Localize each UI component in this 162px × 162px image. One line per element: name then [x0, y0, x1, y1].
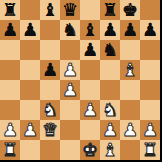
square-g3[interactable]: [120, 100, 140, 120]
square-h1[interactable]: ♜: [140, 140, 160, 160]
square-e2[interactable]: [80, 120, 100, 140]
white-bishop[interactable]: ♝: [102, 140, 118, 160]
square-e1[interactable]: ♚: [80, 140, 100, 160]
white-pawn[interactable]: ♟: [2, 120, 18, 140]
white-pawn[interactable]: ♟: [142, 120, 158, 140]
square-a8[interactable]: ♜: [0, 0, 20, 20]
black-pawn[interactable]: ♟: [82, 40, 98, 60]
square-g2[interactable]: ♟: [120, 120, 140, 140]
square-d5[interactable]: ♟: [60, 60, 80, 80]
square-g7[interactable]: ♟: [120, 20, 140, 40]
white-pawn[interactable]: ♟: [22, 120, 38, 140]
square-c8[interactable]: ♝: [40, 0, 60, 20]
square-b8[interactable]: [20, 0, 40, 20]
square-d2[interactable]: [60, 120, 80, 140]
square-h4[interactable]: [140, 80, 160, 100]
square-b5[interactable]: [20, 60, 40, 80]
white-pawn[interactable]: ♟: [122, 120, 138, 140]
square-h8[interactable]: [140, 0, 160, 20]
square-a6[interactable]: [0, 40, 20, 60]
square-c6[interactable]: [40, 40, 60, 60]
white-bishop[interactable]: ♝: [122, 60, 138, 80]
square-d8[interactable]: ♛: [60, 0, 80, 20]
square-e6[interactable]: ♟: [80, 40, 100, 60]
square-c4[interactable]: [40, 80, 60, 100]
chess-board[interactable]: ♜♝♛♜♚♟♟♞♝♟♟♟♟♞♟♟♝♟♞♟♞♟♟♛♟♟♟♜♚♝♜: [0, 0, 160, 160]
white-rook[interactable]: ♜: [2, 140, 18, 160]
white-pawn[interactable]: ♟: [82, 100, 98, 120]
square-b6[interactable]: [20, 40, 40, 60]
square-b1[interactable]: [20, 140, 40, 160]
black-knight[interactable]: ♞: [62, 20, 78, 40]
square-f2[interactable]: ♟: [100, 120, 120, 140]
square-a2[interactable]: ♟: [0, 120, 20, 140]
white-pawn[interactable]: ♟: [102, 120, 118, 140]
square-a4[interactable]: [0, 80, 20, 100]
black-knight[interactable]: ♞: [102, 40, 118, 60]
square-g8[interactable]: ♚: [120, 0, 140, 20]
square-h5[interactable]: [140, 60, 160, 80]
black-rook[interactable]: ♜: [2, 0, 18, 20]
square-h3[interactable]: [140, 100, 160, 120]
square-d3[interactable]: [60, 100, 80, 120]
square-h6[interactable]: [140, 40, 160, 60]
square-g5[interactable]: ♝: [120, 60, 140, 80]
black-king[interactable]: ♚: [122, 0, 138, 20]
square-f5[interactable]: [100, 60, 120, 80]
square-e4[interactable]: [80, 80, 100, 100]
square-f7[interactable]: ♟: [100, 20, 120, 40]
black-pawn[interactable]: ♟: [142, 20, 158, 40]
white-king[interactable]: ♚: [82, 140, 98, 160]
square-g1[interactable]: [120, 140, 140, 160]
square-a1[interactable]: ♜: [0, 140, 20, 160]
square-e3[interactable]: ♟: [80, 100, 100, 120]
square-h2[interactable]: ♟: [140, 120, 160, 140]
square-a3[interactable]: [0, 100, 20, 120]
white-rook[interactable]: ♜: [142, 140, 158, 160]
square-b4[interactable]: [20, 80, 40, 100]
square-a7[interactable]: ♟: [0, 20, 20, 40]
square-f4[interactable]: [100, 80, 120, 100]
black-pawn[interactable]: ♟: [102, 20, 118, 40]
square-b2[interactable]: ♟: [20, 120, 40, 140]
black-rook[interactable]: ♜: [102, 0, 118, 20]
square-d6[interactable]: [60, 40, 80, 60]
black-bishop[interactable]: ♝: [82, 20, 98, 40]
black-pawn[interactable]: ♟: [2, 20, 18, 40]
square-b3[interactable]: [20, 100, 40, 120]
black-queen[interactable]: ♛: [62, 0, 78, 20]
square-b7[interactable]: ♟: [20, 20, 40, 40]
square-c5[interactable]: ♟: [40, 60, 60, 80]
square-d7[interactable]: ♞: [60, 20, 80, 40]
square-c7[interactable]: [40, 20, 60, 40]
square-f1[interactable]: ♝: [100, 140, 120, 160]
square-a5[interactable]: [0, 60, 20, 80]
square-g4[interactable]: [120, 80, 140, 100]
white-knight[interactable]: ♞: [102, 100, 118, 120]
square-f6[interactable]: ♞: [100, 40, 120, 60]
square-h7[interactable]: ♟: [140, 20, 160, 40]
white-knight[interactable]: ♞: [42, 100, 58, 120]
black-pawn[interactable]: ♟: [122, 20, 138, 40]
square-c3[interactable]: ♞: [40, 100, 60, 120]
square-f3[interactable]: ♞: [100, 100, 120, 120]
chess-board-frame: ♜♝♛♜♚♟♟♞♝♟♟♟♟♞♟♟♝♟♞♟♞♟♟♛♟♟♟♜♚♝♜: [0, 0, 162, 162]
black-bishop[interactable]: ♝: [42, 0, 58, 20]
black-pawn[interactable]: ♟: [42, 60, 58, 80]
square-e7[interactable]: ♝: [80, 20, 100, 40]
black-pawn[interactable]: ♟: [22, 20, 38, 40]
white-pawn[interactable]: ♟: [62, 80, 78, 100]
white-queen[interactable]: ♛: [42, 120, 58, 140]
white-pawn[interactable]: ♟: [62, 60, 78, 80]
square-e8[interactable]: [80, 0, 100, 20]
square-e5[interactable]: [80, 60, 100, 80]
square-d4[interactable]: ♟: [60, 80, 80, 100]
square-d1[interactable]: [60, 140, 80, 160]
square-c2[interactable]: ♛: [40, 120, 60, 140]
square-g6[interactable]: [120, 40, 140, 60]
square-f8[interactable]: ♜: [100, 0, 120, 20]
square-c1[interactable]: [40, 140, 60, 160]
